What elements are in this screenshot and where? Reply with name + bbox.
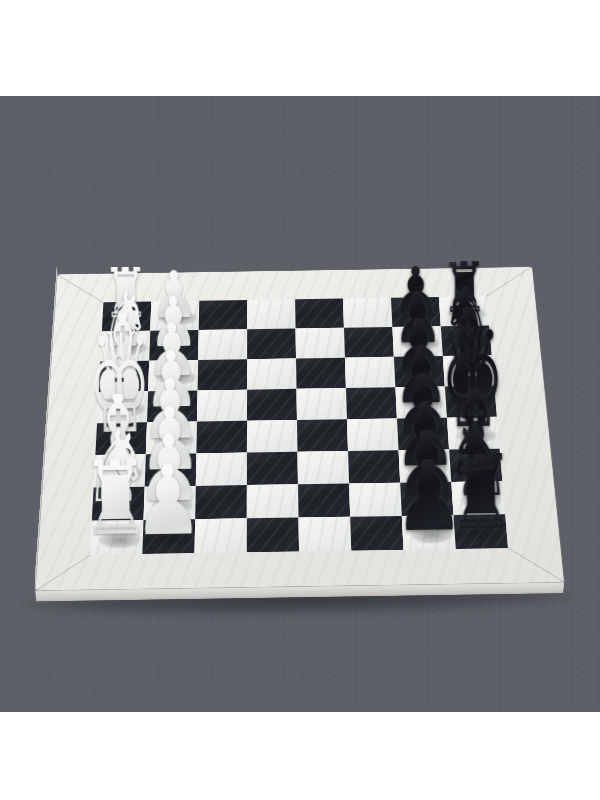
square-r1c4-light (296, 328, 345, 359)
square-r2c3-light (247, 358, 296, 389)
letterbox-top (0, 0, 600, 96)
square-r6c3-light (247, 484, 299, 518)
square-r2c4-dark (296, 358, 346, 389)
photo-area: ♜♞♝♛♚♝♞♜♟♟♟♟♟♟♟♟♟♟♟♟♟♟♟♟♜♞♝♛♚♝♞♜ (0, 96, 600, 712)
cell-black-rook: ♜ (454, 514, 509, 549)
scene-3d: ♜♞♝♛♚♝♞♜♟♟♟♟♟♟♟♟♟♟♟♟♟♟♟♟♜♞♝♛♚♝♞♜ (0, 96, 600, 712)
letterbox-bottom (0, 712, 600, 800)
square-r3c3-dark (247, 389, 297, 421)
scene-tilt: ♜♞♝♛♚♝♞♜♟♟♟♟♟♟♟♟♟♟♟♟♟♟♟♟♜♞♝♛♚♝♞♜ (0, 96, 600, 712)
board-side-face-front (35, 582, 563, 601)
square-r0c3-light (247, 299, 295, 329)
square-r0c4-dark (295, 299, 344, 329)
product-photo-page: ♜♞♝♛♚♝♞♜♟♟♟♟♟♟♟♟♟♟♟♟♟♟♟♟♜♞♝♛♚♝♞♜ (0, 0, 600, 800)
square-r4c3-light (247, 420, 298, 453)
black-rook: ♜ (418, 453, 545, 546)
cell-white-pawn: ♟ (142, 519, 195, 554)
square-r5c4-light (297, 451, 349, 484)
border-miter-seam (35, 555, 91, 591)
square-r3c4-light (297, 388, 347, 420)
square-r4c4-dark (297, 419, 348, 452)
square-r7c4-light (299, 517, 352, 552)
black-rook-glyph: ♜ (445, 440, 516, 545)
square-r6c4-dark (298, 484, 350, 518)
white-pawn-glyph: ♟ (132, 452, 203, 550)
square-r5c3-dark (247, 452, 298, 485)
square-r1c3-dark (247, 329, 296, 360)
white-pawn: ♟ (105, 462, 232, 551)
border-miter-seam (508, 548, 565, 583)
square-r7c3-dark (247, 518, 299, 553)
chess-board: ♜♞♝♛♚♝♞♜♟♟♟♟♟♟♟♟♟♟♟♟♟♟♟♟♜♞♝♛♚♝♞♜ (35, 267, 563, 590)
